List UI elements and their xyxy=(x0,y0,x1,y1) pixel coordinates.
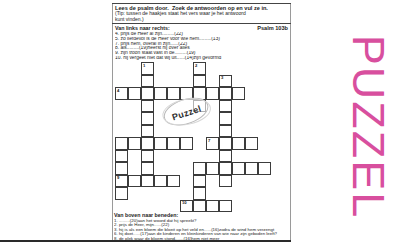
grid-cell[interactable] xyxy=(128,87,141,100)
grid-cell[interactable]: 3 xyxy=(219,75,232,88)
down-clue-list: 1. .........(20)aan het woord dat hij sp… xyxy=(114,219,290,242)
grid-cell[interactable] xyxy=(232,162,245,175)
grid-cell[interactable] xyxy=(141,162,154,175)
grid-cell[interactable] xyxy=(219,150,232,163)
grid-cell[interactable] xyxy=(141,112,154,125)
grid-cell[interactable] xyxy=(219,162,232,175)
worksheet-page: Lees de psalm door. Zoek de antwoorden o… xyxy=(0,0,393,245)
grid-cell[interactable] xyxy=(154,137,167,150)
grid-cell[interactable] xyxy=(206,200,219,213)
grid-cell[interactable] xyxy=(180,137,193,150)
puzzel-logo-text: Puzzel xyxy=(171,103,203,122)
grid-cell[interactable] xyxy=(193,175,206,188)
clue-number: 9 xyxy=(117,176,119,180)
grid-cell[interactable] xyxy=(154,175,167,188)
side-title-vertical: PUZZEL xyxy=(344,22,392,232)
grid-cell[interactable] xyxy=(115,150,128,163)
grid-cell[interactable] xyxy=(219,125,232,138)
grid-cell[interactable] xyxy=(245,137,258,150)
grid-cell[interactable] xyxy=(167,87,180,100)
grid-cell[interactable] xyxy=(219,100,232,113)
grid-cell[interactable]: 2 xyxy=(193,62,206,75)
grid-cell[interactable] xyxy=(115,162,128,175)
grid-cell[interactable] xyxy=(128,175,141,188)
grid-cell[interactable] xyxy=(193,75,206,88)
grid-cell[interactable] xyxy=(258,162,271,175)
grid-cell[interactable] xyxy=(167,175,180,188)
clue-number: 3 xyxy=(221,76,223,80)
grid-cell[interactable] xyxy=(141,175,154,188)
clue-number: 1 xyxy=(143,64,145,68)
grid-cell[interactable] xyxy=(141,125,154,138)
grid-cell[interactable] xyxy=(232,87,245,100)
grid-cell[interactable]: 1 xyxy=(141,62,154,75)
grid-cell[interactable] xyxy=(167,137,180,150)
clue-number: 2 xyxy=(195,64,197,68)
grid-cell[interactable] xyxy=(141,137,154,150)
grid-cell[interactable] xyxy=(219,137,232,150)
clue-number: 7 xyxy=(208,139,210,143)
grid-cell[interactable] xyxy=(193,162,206,175)
grid-cell[interactable] xyxy=(141,87,154,100)
grid-cell[interactable]: 4 xyxy=(115,87,128,100)
clue-number: 4 xyxy=(117,89,119,93)
grid-cell[interactable]: 10 xyxy=(180,200,193,213)
grid-cell[interactable] xyxy=(219,175,232,188)
grid-cell[interactable] xyxy=(219,112,232,125)
grid-cell[interactable] xyxy=(219,200,232,213)
down-heading: Van boven naar beneden: xyxy=(114,212,178,218)
grid-cell[interactable] xyxy=(141,150,154,163)
grid-cell[interactable] xyxy=(206,87,219,100)
grid-cell[interactable] xyxy=(219,87,232,100)
clue-number: 10 xyxy=(182,201,187,205)
grid-cell[interactable] xyxy=(193,200,206,213)
grid-cell[interactable] xyxy=(232,137,245,150)
grid-cell[interactable] xyxy=(115,187,128,200)
grid-cell[interactable] xyxy=(141,75,154,88)
grid-cell[interactable] xyxy=(193,187,206,200)
grid-cell[interactable] xyxy=(206,162,219,175)
grid-cell[interactable]: 7 xyxy=(206,137,219,150)
grid-cell[interactable]: 9 xyxy=(115,175,128,188)
grid-cell[interactable] xyxy=(141,100,154,113)
grid-cell[interactable] xyxy=(245,162,258,175)
grid-cell[interactable] xyxy=(115,137,128,150)
clue-down-8: 8. de plek waar de bloem stond,......(16… xyxy=(114,237,290,242)
grid-cell[interactable] xyxy=(154,87,167,100)
grid-cell[interactable] xyxy=(128,137,141,150)
